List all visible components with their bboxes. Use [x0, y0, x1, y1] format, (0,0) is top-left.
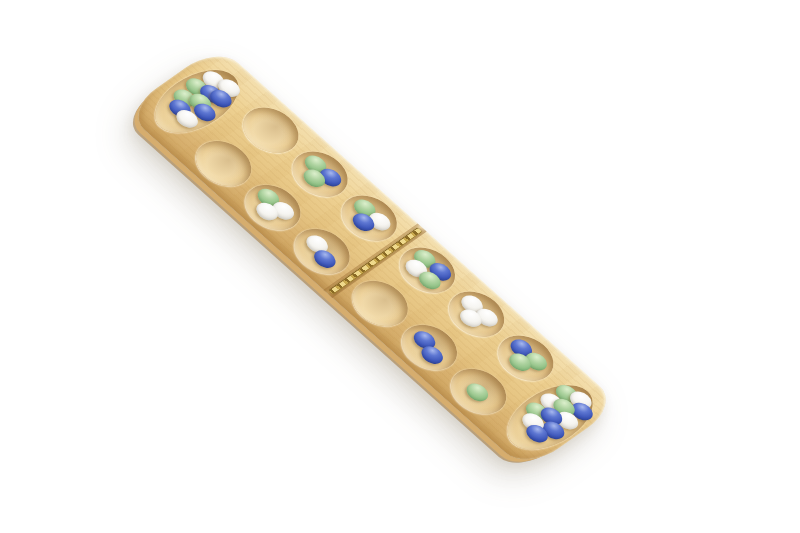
mancala-board-wrap: [0, 0, 800, 533]
photo-scene: [0, 0, 800, 533]
bead-green: [462, 380, 492, 404]
mancala-board: [124, 45, 621, 471]
